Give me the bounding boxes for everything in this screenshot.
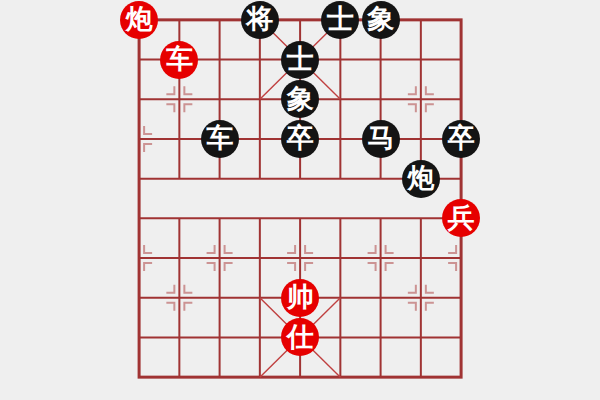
piece-label: 帅 [287, 283, 314, 310]
red-chariot[interactable]: 车 [160, 41, 198, 79]
black-cannon[interactable]: 炮 [402, 160, 440, 198]
black-advisor[interactable]: 士 [281, 41, 319, 79]
black-chariot[interactable]: 车 [201, 120, 239, 158]
black-horse[interactable]: 马 [362, 120, 400, 158]
black-elephant[interactable]: 象 [362, 1, 400, 39]
piece-label: 仕 [287, 323, 314, 350]
black-general[interactable]: 将 [241, 1, 279, 39]
black-soldier[interactable]: 卒 [442, 120, 480, 158]
piece-label: 士 [287, 45, 314, 72]
piece-label: 马 [367, 124, 394, 151]
piece-label: 车 [206, 124, 233, 151]
red-general[interactable]: 帅 [281, 279, 319, 317]
piece-label: 炮 [407, 164, 434, 191]
red-soldier[interactable]: 兵 [442, 199, 480, 237]
piece-label: 卒 [287, 124, 314, 151]
piece-label: 卒 [448, 124, 475, 151]
piece-label: 将 [246, 5, 273, 32]
black-advisor[interactable]: 士 [321, 1, 359, 39]
piece-label: 兵 [448, 204, 475, 231]
piece-label: 象 [367, 5, 394, 32]
red-cannon[interactable]: 炮 [120, 1, 158, 39]
pieces-grid[interactable]: 炮将士象车士象车卒马卒炮兵帅仕 [119, 0, 481, 397]
piece-label: 炮 [126, 5, 153, 32]
xiangqi-board: 炮将士象车士象车卒马卒炮兵帅仕 [0, 0, 600, 400]
black-elephant[interactable]: 象 [281, 80, 319, 118]
red-advisor[interactable]: 仕 [281, 318, 319, 356]
black-soldier[interactable]: 卒 [281, 120, 319, 158]
piece-label: 象 [287, 85, 314, 112]
piece-label: 车 [166, 45, 193, 72]
piece-label: 士 [327, 5, 354, 32]
